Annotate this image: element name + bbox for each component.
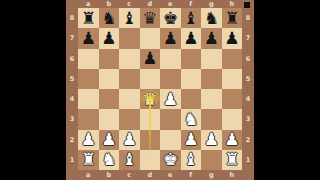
square-c8[interactable]: ♝ — [119, 8, 140, 28]
square-g8[interactable]: ♞ — [201, 8, 222, 28]
square-c6[interactable] — [119, 49, 140, 69]
piece-black-rook-h8[interactable]: ♜ — [224, 10, 239, 27]
right-rank-label-1: 1 — [242, 150, 254, 170]
piece-white-king-e1[interactable]: ♚ — [163, 151, 178, 168]
left-rank-label-2: 2 — [66, 130, 78, 150]
square-g5[interactable] — [201, 69, 222, 89]
square-g3[interactable] — [201, 109, 222, 129]
square-c2[interactable]: ♟ — [119, 130, 140, 150]
square-h6[interactable] — [222, 49, 243, 69]
right-rank-label-5: 5 — [242, 69, 254, 89]
piece-white-queen-d4[interactable]: ♛ — [142, 91, 157, 108]
square-e5[interactable] — [160, 69, 181, 89]
square-d3[interactable] — [140, 109, 161, 129]
bottom-file-label-e: e — [160, 172, 181, 179]
square-b7[interactable]: ♟ — [99, 28, 120, 48]
square-f4[interactable] — [181, 89, 202, 109]
square-f7[interactable]: ♟ — [181, 28, 202, 48]
bottom-file-label-d: d — [140, 172, 161, 179]
chess-board[interactable]: ♜♞♝♛♚♝♞♜♟♟♟♟♟♟♟♛♟♞♟♟♟♟♟♟♜♞♝♚♝♜ — [78, 8, 242, 170]
top-file-label-c: c — [119, 1, 140, 8]
piece-black-knight-g8[interactable]: ♞ — [204, 10, 219, 27]
piece-black-pawn-a7[interactable]: ♟ — [81, 30, 96, 47]
piece-white-bishop-c1[interactable]: ♝ — [122, 151, 137, 168]
piece-white-pawn-c2[interactable]: ♟ — [122, 131, 137, 148]
piece-black-pawn-d6[interactable]: ♟ — [142, 50, 157, 67]
piece-white-pawn-b2[interactable]: ♟ — [101, 131, 116, 148]
right-rank-label-3: 3 — [242, 109, 254, 129]
square-a7[interactable]: ♟ — [78, 28, 99, 48]
square-e6[interactable] — [160, 49, 181, 69]
square-b1[interactable]: ♞ — [99, 150, 120, 170]
left-rank-label-5: 5 — [66, 69, 78, 89]
right-rank-label-4: 4 — [242, 89, 254, 109]
top-file-label-h: h — [222, 1, 243, 8]
top-file-label-e: e — [160, 1, 181, 8]
square-f6[interactable] — [181, 49, 202, 69]
bottom-file-label-g: g — [201, 172, 222, 179]
piece-white-pawn-e4[interactable]: ♟ — [163, 91, 178, 108]
piece-black-pawn-g7[interactable]: ♟ — [204, 30, 219, 47]
piece-white-pawn-f2[interactable]: ♟ — [183, 131, 198, 148]
square-b3[interactable] — [99, 109, 120, 129]
top-file-label-b: b — [99, 1, 120, 8]
square-g1[interactable] — [201, 150, 222, 170]
piece-black-queen-d8[interactable]: ♛ — [142, 10, 157, 27]
square-h5[interactable] — [222, 69, 243, 89]
top-file-label-a: a — [78, 1, 99, 8]
square-d1[interactable] — [140, 150, 161, 170]
square-c1[interactable]: ♝ — [119, 150, 140, 170]
square-a5[interactable] — [78, 69, 99, 89]
square-c5[interactable] — [119, 69, 140, 89]
square-f8[interactable]: ♝ — [181, 8, 202, 28]
square-f5[interactable] — [181, 69, 202, 89]
left-rank-label-8: 8 — [66, 8, 78, 28]
square-b4[interactable] — [99, 89, 120, 109]
square-c3[interactable] — [119, 109, 140, 129]
bottom-file-label-h: h — [222, 172, 243, 179]
piece-black-bishop-f8[interactable]: ♝ — [183, 10, 198, 27]
piece-white-knight-f3[interactable]: ♞ — [183, 111, 198, 128]
square-h1[interactable]: ♜ — [222, 150, 243, 170]
square-b5[interactable] — [99, 69, 120, 89]
chess-board-frame: ♜♞♝♛♚♝♞♜♟♟♟♟♟♟♟♛♟♞♟♟♟♟♟♟♜♞♝♚♝♜ aabbccdde… — [66, 0, 254, 180]
piece-white-pawn-h2[interactable]: ♟ — [224, 131, 239, 148]
right-rank-label-8: 8 — [242, 8, 254, 28]
square-a2[interactable]: ♟ — [78, 130, 99, 150]
square-c7[interactable] — [119, 28, 140, 48]
square-a4[interactable] — [78, 89, 99, 109]
square-h7[interactable]: ♟ — [222, 28, 243, 48]
chess-app-stage: ♜♞♝♛♚♝♞♜♟♟♟♟♟♟♟♛♟♞♟♟♟♟♟♟♜♞♝♚♝♜ aabbccdde… — [0, 0, 320, 180]
piece-white-pawn-a2[interactable]: ♟ — [81, 131, 96, 148]
piece-black-knight-b8[interactable]: ♞ — [101, 10, 116, 27]
square-h2[interactable]: ♟ — [222, 130, 243, 150]
top-file-label-f: f — [181, 1, 202, 8]
bottom-file-label-c: c — [119, 172, 140, 179]
square-g2[interactable]: ♟ — [201, 130, 222, 150]
square-e7[interactable]: ♟ — [160, 28, 181, 48]
left-rank-label-4: 4 — [66, 89, 78, 109]
right-rank-label-2: 2 — [242, 130, 254, 150]
piece-white-rook-h1[interactable]: ♜ — [224, 151, 239, 168]
square-a3[interactable] — [78, 109, 99, 129]
square-d4[interactable]: ♛ — [140, 89, 161, 109]
top-file-label-g: g — [201, 1, 222, 8]
square-h4[interactable] — [222, 89, 243, 109]
square-b2[interactable]: ♟ — [99, 130, 120, 150]
square-d7[interactable] — [140, 28, 161, 48]
bottom-file-label-f: f — [181, 172, 202, 179]
square-g7[interactable]: ♟ — [201, 28, 222, 48]
piece-white-bishop-f1[interactable]: ♝ — [183, 151, 198, 168]
square-g4[interactable] — [201, 89, 222, 109]
piece-white-knight-b1[interactable]: ♞ — [101, 151, 116, 168]
piece-black-pawn-b7[interactable]: ♟ — [101, 30, 116, 47]
square-a1[interactable]: ♜ — [78, 150, 99, 170]
square-c4[interactable] — [119, 89, 140, 109]
square-d6[interactable]: ♟ — [140, 49, 161, 69]
piece-black-king-e8[interactable]: ♚ — [163, 10, 178, 27]
square-e4[interactable]: ♟ — [160, 89, 181, 109]
piece-black-pawn-e7[interactable]: ♟ — [163, 30, 178, 47]
left-rank-label-1: 1 — [66, 150, 78, 170]
square-e3[interactable] — [160, 109, 181, 129]
square-b6[interactable] — [99, 49, 120, 69]
piece-white-rook-a1[interactable]: ♜ — [81, 151, 96, 168]
square-f3[interactable]: ♞ — [181, 109, 202, 129]
square-f2[interactable]: ♟ — [181, 130, 202, 150]
left-rank-label-7: 7 — [66, 28, 78, 48]
square-e8[interactable]: ♚ — [160, 8, 181, 28]
square-g6[interactable] — [201, 49, 222, 69]
piece-black-pawn-h7[interactable]: ♟ — [224, 30, 239, 47]
right-rank-label-7: 7 — [242, 28, 254, 48]
piece-white-pawn-g2[interactable]: ♟ — [204, 131, 219, 148]
black-to-move-indicator — [244, 2, 250, 8]
bottom-file-label-a: a — [78, 172, 99, 179]
square-h3[interactable] — [222, 109, 243, 129]
top-file-label-d: d — [140, 1, 161, 8]
square-a8[interactable]: ♜ — [78, 8, 99, 28]
square-f1[interactable]: ♝ — [181, 150, 202, 170]
piece-black-pawn-f7[interactable]: ♟ — [183, 30, 198, 47]
square-h8[interactable]: ♜ — [222, 8, 243, 28]
piece-black-rook-a8[interactable]: ♜ — [81, 10, 96, 27]
square-e1[interactable]: ♚ — [160, 150, 181, 170]
square-d5[interactable] — [140, 69, 161, 89]
piece-black-bishop-c8[interactable]: ♝ — [122, 10, 137, 27]
square-e2[interactable] — [160, 130, 181, 150]
square-a6[interactable] — [78, 49, 99, 69]
left-rank-label-3: 3 — [66, 109, 78, 129]
square-b8[interactable]: ♞ — [99, 8, 120, 28]
bottom-file-label-b: b — [99, 172, 120, 179]
right-rank-label-6: 6 — [242, 49, 254, 69]
square-d2[interactable] — [140, 130, 161, 150]
square-d8[interactable]: ♛ — [140, 8, 161, 28]
left-rank-label-6: 6 — [66, 49, 78, 69]
